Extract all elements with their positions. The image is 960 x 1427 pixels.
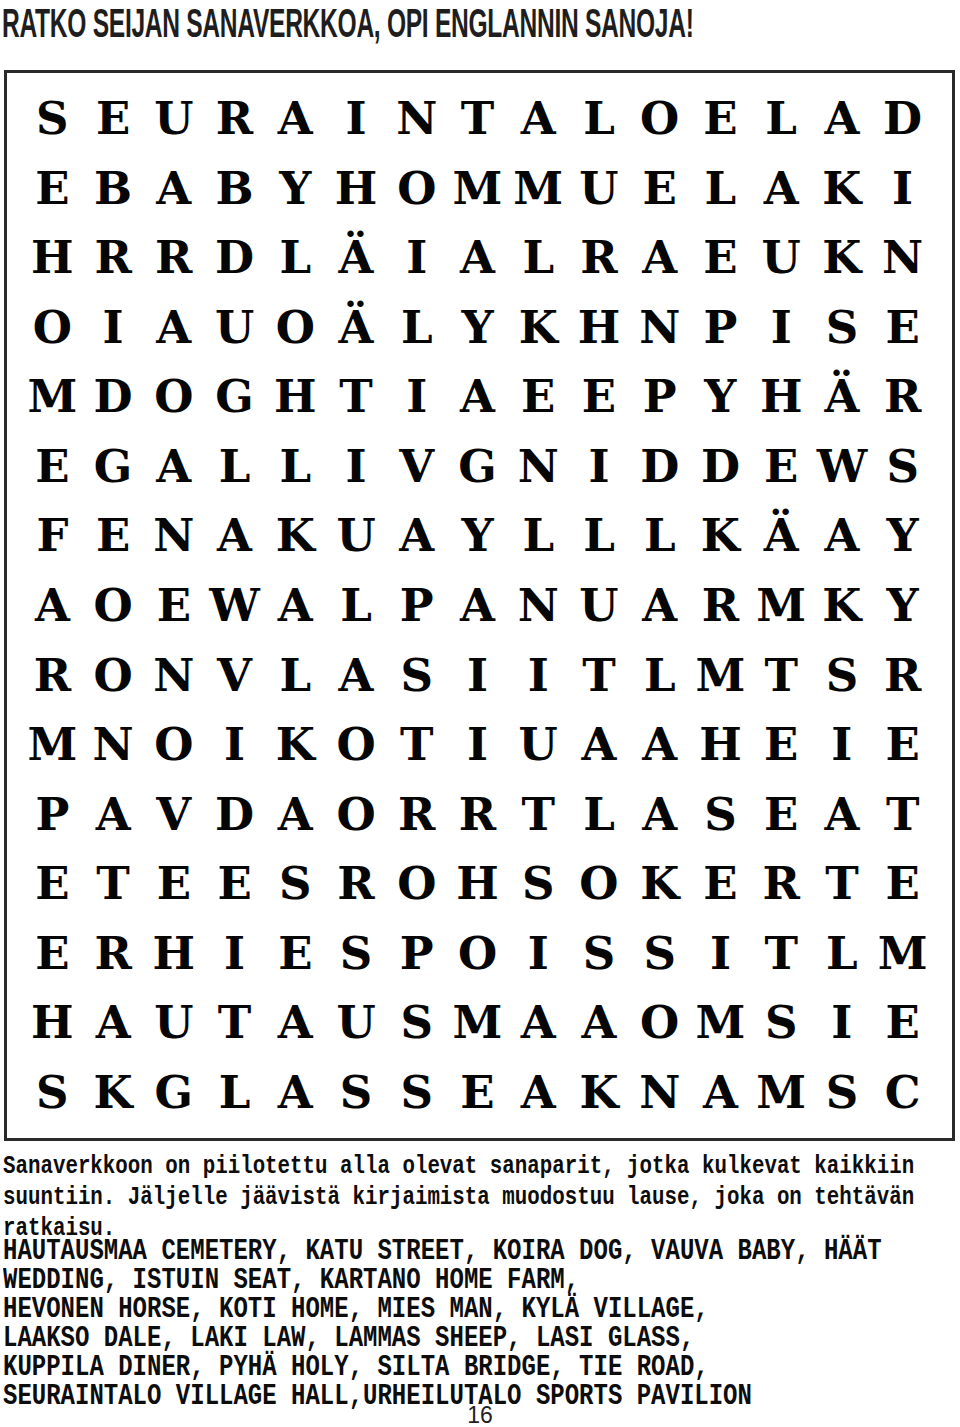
grid-cell-r1c10: L	[569, 84, 630, 154]
grid-cell-r8c4: W	[204, 571, 265, 641]
grid-cell-r15c13: M	[751, 1057, 812, 1127]
grid-cell-r9c4: V	[204, 640, 265, 710]
grid-cell-r13c5: E	[265, 918, 326, 988]
grid-cell-r4c15: E	[872, 293, 933, 363]
grid-cell-r8c2: O	[83, 571, 144, 641]
grid-cell-r15c9: A	[508, 1057, 569, 1127]
grid-cell-r13c11: S	[629, 918, 690, 988]
grid-cell-r8c13: M	[751, 571, 812, 641]
grid-cell-r5c10: E	[569, 362, 630, 432]
grid-cell-r2c2: B	[83, 154, 144, 224]
grid-cell-r15c1: S	[22, 1057, 83, 1127]
grid-cell-r5c7: I	[386, 362, 447, 432]
grid-cell-r6c1: E	[22, 432, 83, 502]
grid-cell-r2c1: E	[22, 154, 83, 224]
instructions-text: Sanaverkkoon on piilotettu alla olevat s…	[3, 1151, 960, 1244]
grid-cell-r6c4: L	[204, 432, 265, 502]
grid-cell-r10c9: U	[508, 710, 569, 780]
grid-cell-r10c6: O	[326, 710, 387, 780]
grid-cell-r8c7: P	[386, 571, 447, 641]
grid-cell-r14c13: S	[751, 988, 812, 1058]
grid-cell-r1c11: O	[629, 84, 690, 154]
grid-cell-r7c11: L	[629, 501, 690, 571]
grid-cell-r8c8: A	[447, 571, 508, 641]
grid-cell-r6c13: E	[751, 432, 812, 502]
word-list-line-2: WEDDING, ISTUIN SEAT, KARTANO HOME FARM,	[3, 1266, 882, 1295]
grid-cell-r8c6: L	[326, 571, 387, 641]
grid-cell-r4c7: L	[386, 293, 447, 363]
letter-grid: SEURAINTALOELADEBABYHOMMUELAKIHRRDLÄIALR…	[22, 84, 933, 1127]
grid-cell-r7c5: K	[265, 501, 326, 571]
grid-cell-r9c2: O	[83, 640, 144, 710]
grid-cell-r13c4: I	[204, 918, 265, 988]
grid-cell-r11c4: D	[204, 779, 265, 849]
grid-cell-r3c8: A	[447, 223, 508, 293]
word-search-board: SEURAINTALOELADEBABYHOMMUELAKIHRRDLÄIALR…	[4, 70, 955, 1141]
grid-cell-r6c15: S	[872, 432, 933, 502]
grid-cell-r9c5: L	[265, 640, 326, 710]
grid-cell-r12c7: O	[386, 849, 447, 919]
grid-cell-r11c15: T	[872, 779, 933, 849]
grid-cell-r5c11: P	[629, 362, 690, 432]
grid-cell-r4c6: Ä	[326, 293, 387, 363]
grid-cell-r7c7: A	[386, 501, 447, 571]
grid-cell-r5c12: Y	[690, 362, 751, 432]
grid-cell-r12c12: E	[690, 849, 751, 919]
grid-cell-r6c12: D	[690, 432, 751, 502]
grid-cell-r12c15: E	[872, 849, 933, 919]
grid-cell-r2c13: A	[751, 154, 812, 224]
grid-cell-r12c11: K	[629, 849, 690, 919]
grid-cell-r8c9: N	[508, 571, 569, 641]
grid-cell-r1c5: A	[265, 84, 326, 154]
grid-cell-r3c3: R	[143, 223, 204, 293]
grid-cell-r13c10: S	[569, 918, 630, 988]
grid-cell-r4c10: H	[569, 293, 630, 363]
grid-cell-r11c5: A	[265, 779, 326, 849]
grid-cell-r3c1: H	[22, 223, 83, 293]
grid-cell-r4c3: A	[143, 293, 204, 363]
grid-cell-r14c1: H	[22, 988, 83, 1058]
grid-cell-r5c1: M	[22, 362, 83, 432]
grid-cell-r8c12: R	[690, 571, 751, 641]
grid-cell-r6c11: D	[629, 432, 690, 502]
grid-cell-r15c7: S	[386, 1057, 447, 1127]
grid-cell-r9c1: R	[22, 640, 83, 710]
grid-cell-r2c15: I	[872, 154, 933, 224]
word-list-line-1: HAUTAUSMAA CEMETERY, KATU STREET, KOIRA …	[3, 1237, 882, 1266]
grid-cell-r9c12: M	[690, 640, 751, 710]
grid-cell-r1c9: A	[508, 84, 569, 154]
grid-cell-r12c5: S	[265, 849, 326, 919]
grid-cell-r5c8: A	[447, 362, 508, 432]
grid-cell-r11c3: V	[143, 779, 204, 849]
grid-cell-r14c9: A	[508, 988, 569, 1058]
grid-cell-r7c1: F	[22, 501, 83, 571]
grid-cell-r14c6: U	[326, 988, 387, 1058]
grid-cell-r2c12: L	[690, 154, 751, 224]
grid-cell-r3c11: A	[629, 223, 690, 293]
word-pair-list: HAUTAUSMAA CEMETERY, KATU STREET, KOIRA …	[3, 1237, 960, 1411]
grid-cell-r12c13: R	[751, 849, 812, 919]
grid-cell-r9c7: S	[386, 640, 447, 710]
grid-cell-r9c11: L	[629, 640, 690, 710]
grid-cell-r11c2: A	[83, 779, 144, 849]
grid-cell-r13c13: T	[751, 918, 812, 988]
grid-cell-r10c4: I	[204, 710, 265, 780]
grid-cell-r11c6: O	[326, 779, 387, 849]
grid-cell-r3c9: L	[508, 223, 569, 293]
grid-cell-r5c4: G	[204, 362, 265, 432]
grid-cell-r7c3: N	[143, 501, 204, 571]
grid-cell-r7c2: E	[83, 501, 144, 571]
grid-cell-r15c14: S	[812, 1057, 873, 1127]
instructions-line-2: suuntiin. Jäljelle jäävistä kirjaimista …	[3, 1182, 914, 1213]
grid-cell-r4c5: O	[265, 293, 326, 363]
grid-cell-r2c5: Y	[265, 154, 326, 224]
grid-cell-r13c2: R	[83, 918, 144, 988]
grid-cell-r8c11: A	[629, 571, 690, 641]
grid-cell-r10c15: E	[872, 710, 933, 780]
grid-cell-r15c6: S	[326, 1057, 387, 1127]
grid-cell-r3c14: K	[812, 223, 873, 293]
page-number: 16	[0, 1404, 960, 1427]
grid-cell-r3c12: E	[690, 223, 751, 293]
grid-cell-r3c7: I	[386, 223, 447, 293]
grid-cell-r9c14: S	[812, 640, 873, 710]
grid-cell-r2c11: E	[629, 154, 690, 224]
grid-cell-r14c15: E	[872, 988, 933, 1058]
grid-cell-r11c14: A	[812, 779, 873, 849]
grid-cell-r10c8: I	[447, 710, 508, 780]
grid-cell-r1c4: R	[204, 84, 265, 154]
grid-cell-r2c8: M	[447, 154, 508, 224]
grid-cell-r7c8: Y	[447, 501, 508, 571]
grid-cell-r10c1: M	[22, 710, 83, 780]
grid-cell-r1c15: D	[872, 84, 933, 154]
grid-cell-r10c12: H	[690, 710, 751, 780]
grid-cell-r15c15: C	[872, 1057, 933, 1127]
grid-cell-r4c12: P	[690, 293, 751, 363]
grid-cell-r13c7: P	[386, 918, 447, 988]
word-list-line-3: HEVONEN HORSE, KOTI HOME, MIES MAN, KYLÄ…	[3, 1295, 882, 1324]
grid-cell-r6c3: A	[143, 432, 204, 502]
grid-cell-r3c2: R	[83, 223, 144, 293]
grid-cell-r11c7: R	[386, 779, 447, 849]
grid-cell-r13c9: I	[508, 918, 569, 988]
grid-cell-r15c3: G	[143, 1057, 204, 1127]
worksheet-page: RATKO SEIJAN SANAVERKKOA, OPI ENGLANNIN …	[0, 0, 960, 1427]
grid-cell-r4c11: N	[629, 293, 690, 363]
grid-cell-r13c1: E	[22, 918, 83, 988]
grid-cell-r11c10: L	[569, 779, 630, 849]
grid-cell-r7c12: K	[690, 501, 751, 571]
grid-cell-r12c1: E	[22, 849, 83, 919]
grid-cell-r4c9: K	[508, 293, 569, 363]
grid-cell-r8c5: A	[265, 571, 326, 641]
grid-cell-r15c4: L	[204, 1057, 265, 1127]
instructions-line-1: Sanaverkkoon on piilotettu alla olevat s…	[3, 1151, 914, 1182]
grid-cell-r10c2: N	[83, 710, 144, 780]
word-list-line-4: LAAKSO DALE, LAKI LAW, LAMMAS SHEEP, LAS…	[3, 1324, 882, 1353]
grid-cell-r10c7: T	[386, 710, 447, 780]
grid-cell-r15c5: A	[265, 1057, 326, 1127]
grid-cell-r2c7: O	[386, 154, 447, 224]
grid-cell-r8c15: Y	[872, 571, 933, 641]
grid-cell-r6c14: W	[812, 432, 873, 502]
grid-cell-r2c14: K	[812, 154, 873, 224]
grid-cell-r6c7: V	[386, 432, 447, 502]
grid-cell-r12c4: E	[204, 849, 265, 919]
grid-cell-r4c2: I	[83, 293, 144, 363]
grid-cell-r12c6: R	[326, 849, 387, 919]
grid-cell-r14c12: M	[690, 988, 751, 1058]
grid-cell-r11c11: A	[629, 779, 690, 849]
grid-cell-r12c3: E	[143, 849, 204, 919]
grid-cell-r14c3: U	[143, 988, 204, 1058]
grid-cell-r8c3: E	[143, 571, 204, 641]
grid-cell-r4c14: S	[812, 293, 873, 363]
grid-cell-r10c3: O	[143, 710, 204, 780]
grid-cell-r5c9: E	[508, 362, 569, 432]
grid-cell-r2c10: U	[569, 154, 630, 224]
grid-cell-r3c10: R	[569, 223, 630, 293]
grid-cell-r6c2: G	[83, 432, 144, 502]
grid-cell-r10c5: K	[265, 710, 326, 780]
grid-cell-r13c14: L	[812, 918, 873, 988]
grid-cell-r3c5: L	[265, 223, 326, 293]
grid-cell-r13c15: M	[872, 918, 933, 988]
grid-cell-r9c9: I	[508, 640, 569, 710]
grid-cell-r15c10: K	[569, 1057, 630, 1127]
grid-cell-r2c3: A	[143, 154, 204, 224]
grid-cell-r10c11: A	[629, 710, 690, 780]
grid-cell-r15c12: A	[690, 1057, 751, 1127]
grid-cell-r7c9: L	[508, 501, 569, 571]
grid-cell-r8c10: U	[569, 571, 630, 641]
grid-cell-r6c10: I	[569, 432, 630, 502]
grid-cell-r7c15: Y	[872, 501, 933, 571]
grid-cell-r13c3: H	[143, 918, 204, 988]
grid-cell-r14c4: T	[204, 988, 265, 1058]
word-list-line-5: KUPPILA DINER, PYHÄ HOLY, SILTA BRIDGE, …	[3, 1353, 882, 1382]
grid-cell-r10c10: A	[569, 710, 630, 780]
grid-cell-r5c3: O	[143, 362, 204, 432]
grid-cell-r5c2: D	[83, 362, 144, 432]
grid-cell-r4c13: I	[751, 293, 812, 363]
grid-cell-r13c6: S	[326, 918, 387, 988]
grid-cell-r14c11: O	[629, 988, 690, 1058]
grid-cell-r5c15: R	[872, 362, 933, 432]
grid-cell-r8c1: A	[22, 571, 83, 641]
grid-cell-r5c5: H	[265, 362, 326, 432]
grid-cell-r11c8: R	[447, 779, 508, 849]
grid-cell-r6c5: L	[265, 432, 326, 502]
grid-cell-r1c12: E	[690, 84, 751, 154]
grid-cell-r14c2: A	[83, 988, 144, 1058]
grid-cell-r1c8: T	[447, 84, 508, 154]
grid-cell-r9c8: I	[447, 640, 508, 710]
grid-cell-r11c9: T	[508, 779, 569, 849]
grid-cell-r1c6: I	[326, 84, 387, 154]
grid-cell-r9c6: A	[326, 640, 387, 710]
grid-cell-r9c3: N	[143, 640, 204, 710]
grid-cell-r5c14: Ä	[812, 362, 873, 432]
grid-cell-r7c4: A	[204, 501, 265, 571]
grid-cell-r12c14: T	[812, 849, 873, 919]
grid-cell-r5c6: T	[326, 362, 387, 432]
grid-cell-r11c13: E	[751, 779, 812, 849]
grid-cell-r14c5: A	[265, 988, 326, 1058]
page-title: RATKO SEIJAN SANAVERKKOA, OPI ENGLANNIN …	[2, 2, 694, 44]
grid-cell-r9c15: R	[872, 640, 933, 710]
grid-cell-r2c6: H	[326, 154, 387, 224]
grid-cell-r10c14: I	[812, 710, 873, 780]
grid-cell-r6c6: I	[326, 432, 387, 502]
grid-cell-r4c8: Y	[447, 293, 508, 363]
grid-cell-r14c10: A	[569, 988, 630, 1058]
grid-cell-r12c8: H	[447, 849, 508, 919]
grid-cell-r4c1: O	[22, 293, 83, 363]
grid-cell-r10c13: E	[751, 710, 812, 780]
grid-cell-r4c4: U	[204, 293, 265, 363]
grid-cell-r15c2: K	[83, 1057, 144, 1127]
grid-cell-r13c12: I	[690, 918, 751, 988]
grid-cell-r6c9: N	[508, 432, 569, 502]
grid-cell-r1c1: S	[22, 84, 83, 154]
grid-cell-r6c8: G	[447, 432, 508, 502]
grid-cell-r15c8: E	[447, 1057, 508, 1127]
grid-cell-r12c9: S	[508, 849, 569, 919]
grid-cell-r1c13: L	[751, 84, 812, 154]
grid-cell-r11c1: P	[22, 779, 83, 849]
grid-cell-r1c3: U	[143, 84, 204, 154]
grid-cell-r3c6: Ä	[326, 223, 387, 293]
grid-cell-r13c8: O	[447, 918, 508, 988]
grid-cell-r3c13: U	[751, 223, 812, 293]
grid-cell-r8c14: K	[812, 571, 873, 641]
grid-cell-r2c9: M	[508, 154, 569, 224]
grid-cell-r14c7: S	[386, 988, 447, 1058]
grid-cell-r11c12: S	[690, 779, 751, 849]
grid-cell-r5c13: H	[751, 362, 812, 432]
grid-cell-r7c6: U	[326, 501, 387, 571]
grid-cell-r15c11: N	[629, 1057, 690, 1127]
grid-cell-r3c15: N	[872, 223, 933, 293]
grid-cell-r1c14: A	[812, 84, 873, 154]
grid-cell-r9c13: T	[751, 640, 812, 710]
grid-cell-r12c10: O	[569, 849, 630, 919]
grid-cell-r7c13: Ä	[751, 501, 812, 571]
grid-cell-r7c14: A	[812, 501, 873, 571]
grid-cell-r2c4: B	[204, 154, 265, 224]
grid-cell-r14c8: M	[447, 988, 508, 1058]
grid-cell-r12c2: T	[83, 849, 144, 919]
grid-cell-r9c10: T	[569, 640, 630, 710]
grid-cell-r1c2: E	[83, 84, 144, 154]
grid-cell-r14c14: I	[812, 988, 873, 1058]
grid-cell-r7c10: L	[569, 501, 630, 571]
grid-cell-r1c7: N	[386, 84, 447, 154]
grid-cell-r3c4: D	[204, 223, 265, 293]
